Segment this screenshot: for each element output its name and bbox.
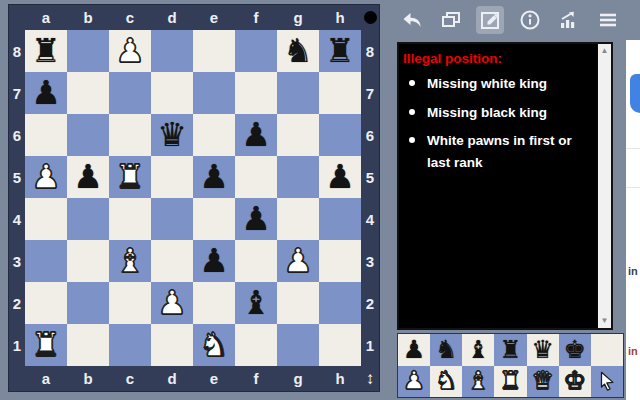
square-h4[interactable] <box>319 198 361 240</box>
black-pawn[interactable]: ♟ <box>235 198 277 240</box>
square-c3[interactable]: ♝ <box>109 240 151 282</box>
square-e6[interactable] <box>193 114 235 156</box>
background-page-text-fragment: in <box>628 265 638 277</box>
white-rook[interactable]: ♜ <box>25 324 67 366</box>
black-pawn[interactable]: ♟ <box>25 72 67 114</box>
black-king-icon: ♚ <box>564 335 586 365</box>
file-label-d: d <box>151 5 193 30</box>
rank-label-2: 2 <box>361 282 379 324</box>
white-rook[interactable]: ♜ <box>109 156 151 198</box>
square-b1[interactable] <box>67 324 109 366</box>
bullet-icon <box>409 80 415 86</box>
black-knight[interactable]: ♞ <box>277 30 319 72</box>
black-queen-icon: ♛ <box>531 335 553 365</box>
square-d2[interactable]: ♟ <box>151 282 193 324</box>
rank-label-8: 8 <box>9 30 25 72</box>
palette-black-queen[interactable]: ♛ <box>527 334 559 366</box>
black-pawn[interactable]: ♟ <box>193 156 235 198</box>
palette-cursor-tool[interactable] <box>591 366 623 398</box>
background-page-blue-element <box>630 74 640 113</box>
file-label-c: c <box>109 5 151 30</box>
piece-palette: ♟♞♝♜♛♚♟♞♝♜♛♚ <box>397 333 624 398</box>
palette-white-king[interactable]: ♚ <box>559 366 591 398</box>
white-bishop-icon: ♝ <box>467 366 489 396</box>
overlapping-windows-icon[interactable] <box>437 6 465 34</box>
square-h5[interactable]: ♟ <box>319 156 361 198</box>
square-g4[interactable] <box>277 198 319 240</box>
square-e1[interactable]: ♞ <box>193 324 235 366</box>
square-c8[interactable]: ♟ <box>109 30 151 72</box>
rank-label-8: 8 <box>361 30 379 72</box>
panel-item-text: Missing white king <box>427 73 547 95</box>
black-rook-icon: ♜ <box>499 335 521 365</box>
square-a8[interactable]: ♜ <box>25 30 67 72</box>
black-rook[interactable]: ♜ <box>319 30 361 72</box>
panel-title: Illegal position: <box>403 51 595 66</box>
square-e3[interactable]: ♟ <box>193 240 235 282</box>
file-labels-bottom: abcdefgh <box>25 366 361 391</box>
info-icon[interactable] <box>516 6 544 34</box>
black-rook[interactable]: ♜ <box>25 30 67 72</box>
square-a4[interactable] <box>25 198 67 240</box>
file-label-h: h <box>319 366 361 391</box>
panel-item-text: White pawns in first or last rank <box>427 130 595 173</box>
rank-labels-left: 87654321 <box>9 30 25 366</box>
black-pawn-icon: ♟ <box>403 335 425 365</box>
white-queen-icon: ♛ <box>531 366 553 396</box>
square-d8[interactable] <box>151 30 193 72</box>
file-label-g: g <box>277 5 319 30</box>
palette-white-pawn[interactable]: ♟ <box>398 366 430 398</box>
list-item: White pawns in first or last rank <box>403 130 595 173</box>
white-pawn[interactable]: ♟ <box>25 156 67 198</box>
bullet-icon <box>409 109 415 115</box>
square-f6[interactable]: ♟ <box>235 114 277 156</box>
white-knight-icon: ♞ <box>435 366 457 396</box>
background-page-divider <box>626 148 640 149</box>
undo-arrow-icon[interactable] <box>398 6 426 34</box>
scroll-up-icon[interactable]: ▲ <box>601 47 609 55</box>
rank-label-3: 3 <box>361 240 379 282</box>
square-d7[interactable] <box>151 72 193 114</box>
palette-black-bishop[interactable]: ♝ <box>462 334 494 366</box>
square-e2[interactable] <box>193 282 235 324</box>
white-rook-icon: ♜ <box>499 366 521 396</box>
rank-label-6: 6 <box>9 114 25 156</box>
square-h2[interactable] <box>319 282 361 324</box>
square-g7[interactable] <box>277 72 319 114</box>
file-label-b: b <box>67 366 109 391</box>
square-g3[interactable]: ♟ <box>277 240 319 282</box>
file-label-f: f <box>235 5 277 30</box>
chess-editor-popup: abcdefgh 87654321 ♜♟♞♜♟♛♟♟♟♜♟♟♟♝♟♟♟♝♜♞ 8… <box>0 0 640 400</box>
background-page-text-fragment: in <box>628 345 638 357</box>
black-pawn[interactable]: ♟ <box>319 156 361 198</box>
palette-white-queen[interactable]: ♛ <box>527 366 559 398</box>
square-a6[interactable] <box>25 114 67 156</box>
square-g1[interactable] <box>277 324 319 366</box>
square-c1[interactable] <box>109 324 151 366</box>
square-a7[interactable]: ♟ <box>25 72 67 114</box>
square-c5[interactable]: ♜ <box>109 156 151 198</box>
square-e7[interactable] <box>193 72 235 114</box>
white-knight[interactable]: ♞ <box>193 324 235 366</box>
square-b6[interactable] <box>67 114 109 156</box>
black-pawn[interactable]: ♟ <box>193 240 235 282</box>
file-label-f: f <box>235 366 277 391</box>
square-d1[interactable] <box>151 324 193 366</box>
square-h6[interactable] <box>319 114 361 156</box>
rank-label-4: 4 <box>9 198 25 240</box>
rank-label-4: 4 <box>361 198 379 240</box>
square-c7[interactable] <box>109 72 151 114</box>
chess-board-frame: abcdefgh 87654321 ♜♟♞♜♟♛♟♟♟♜♟♟♟♝♟♟♟♝♜♞ 8… <box>8 4 380 392</box>
menu-icon[interactable] <box>594 6 622 34</box>
illegal-position-panel: Illegal position: Missing white king Mis… <box>397 42 613 330</box>
black-queen[interactable]: ♛ <box>151 114 193 156</box>
list-item: Missing black king <box>403 102 595 124</box>
square-b3[interactable] <box>67 240 109 282</box>
square-h8[interactable]: ♜ <box>319 30 361 72</box>
white-bishop[interactable]: ♝ <box>109 240 151 282</box>
square-h1[interactable] <box>319 324 361 366</box>
palette-white-bishop[interactable]: ♝ <box>462 366 494 398</box>
rank-label-1: 1 <box>361 324 379 366</box>
file-label-c: c <box>109 366 151 391</box>
square-a5[interactable]: ♟ <box>25 156 67 198</box>
rank-label-7: 7 <box>9 72 25 114</box>
file-label-e: e <box>193 366 235 391</box>
palette-white-rook[interactable]: ♜ <box>494 366 526 398</box>
file-label-a: a <box>25 366 67 391</box>
square-e5[interactable]: ♟ <box>193 156 235 198</box>
square-e8[interactable] <box>193 30 235 72</box>
square-c6[interactable] <box>109 114 151 156</box>
black-knight-icon: ♞ <box>435 335 457 365</box>
rank-label-5: 5 <box>9 156 25 198</box>
square-g5[interactable] <box>277 156 319 198</box>
white-pawn[interactable]: ♟ <box>109 30 151 72</box>
square-d6[interactable]: ♛ <box>151 114 193 156</box>
white-pawn-icon: ♟ <box>403 366 425 396</box>
palette-black-rook[interactable]: ♜ <box>494 334 526 366</box>
square-b5[interactable]: ♟ <box>67 156 109 198</box>
square-b4[interactable] <box>67 198 109 240</box>
palette-white-knight[interactable]: ♞ <box>430 366 462 398</box>
rank-label-5: 5 <box>361 156 379 198</box>
panel-item-text: Missing black king <box>427 102 547 124</box>
square-d5[interactable] <box>151 156 193 198</box>
rank-label-7: 7 <box>361 72 379 114</box>
board: ♜♟♞♜♟♛♟♟♟♜♟♟♟♝♟♟♟♝♜♞ <box>25 30 361 366</box>
square-f3[interactable] <box>235 240 277 282</box>
file-label-d: d <box>151 366 193 391</box>
square-f5[interactable] <box>235 156 277 198</box>
square-b7[interactable] <box>67 72 109 114</box>
square-a3[interactable] <box>25 240 67 282</box>
square-d4[interactable] <box>151 198 193 240</box>
panel-scrollbar[interactable]: ▲ ▼ <box>597 44 611 328</box>
list-item: Missing white king <box>403 73 595 95</box>
square-f4[interactable]: ♟ <box>235 198 277 240</box>
toolbar <box>398 5 622 35</box>
white-king-icon: ♚ <box>564 366 586 396</box>
rank-label-2: 2 <box>9 282 25 324</box>
black-pawn[interactable]: ♟ <box>235 114 277 156</box>
square-d3[interactable] <box>151 240 193 282</box>
palette-empty-cell <box>591 334 623 366</box>
file-label-g: g <box>277 366 319 391</box>
palette-black-knight[interactable]: ♞ <box>430 334 462 366</box>
file-label-a: a <box>25 5 67 30</box>
square-c2[interactable] <box>109 282 151 324</box>
square-e4[interactable] <box>193 198 235 240</box>
black-pawn[interactable]: ♟ <box>67 156 109 198</box>
square-f7[interactable] <box>235 72 277 114</box>
file-label-b: b <box>67 5 109 30</box>
rank-label-6: 6 <box>361 114 379 156</box>
square-f2[interactable]: ♝ <box>235 282 277 324</box>
rank-label-1: 1 <box>9 324 25 366</box>
square-f1[interactable] <box>235 324 277 366</box>
square-a2[interactable] <box>25 282 67 324</box>
square-b8[interactable] <box>67 30 109 72</box>
stats-icon[interactable] <box>555 6 583 34</box>
background-page-strip: in in <box>626 40 640 400</box>
square-g6[interactable] <box>277 114 319 156</box>
square-g8[interactable]: ♞ <box>277 30 319 72</box>
white-pawn[interactable]: ♟ <box>277 240 319 282</box>
file-labels-top: abcdefgh <box>25 5 361 30</box>
square-f8[interactable] <box>235 30 277 72</box>
flip-board-icon[interactable]: ↕ <box>366 370 375 387</box>
file-label-e: e <box>193 5 235 30</box>
palette-black-king[interactable]: ♚ <box>559 334 591 366</box>
square-a1[interactable]: ♜ <box>25 324 67 366</box>
rank-labels-right: 87654321 <box>361 30 379 366</box>
black-bishop-icon: ♝ <box>467 335 489 365</box>
square-h3[interactable] <box>319 240 361 282</box>
bullet-icon <box>409 137 415 143</box>
black-bishop[interactable]: ♝ <box>235 282 277 324</box>
edit-icon[interactable] <box>476 6 504 34</box>
square-g2[interactable] <box>277 282 319 324</box>
background-page-divider <box>626 187 640 188</box>
square-b2[interactable] <box>67 282 109 324</box>
file-label-h: h <box>319 5 361 30</box>
square-c4[interactable] <box>109 198 151 240</box>
rank-label-3: 3 <box>9 240 25 282</box>
scroll-down-icon[interactable]: ▼ <box>601 317 609 325</box>
white-pawn[interactable]: ♟ <box>151 282 193 324</box>
square-h7[interactable] <box>319 72 361 114</box>
palette-black-pawn[interactable]: ♟ <box>398 334 430 366</box>
turn-indicator-black[interactable] <box>364 11 377 24</box>
